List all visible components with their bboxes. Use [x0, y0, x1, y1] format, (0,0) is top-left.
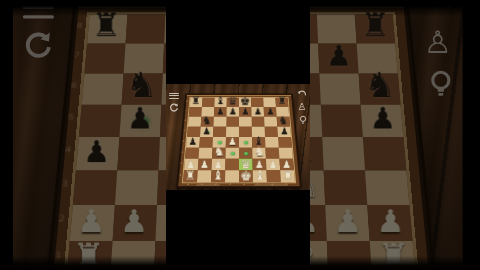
square-h2: ♟	[367, 203, 412, 239]
rank-label-5: 5	[183, 128, 185, 131]
rank-label-3: 3	[60, 175, 67, 184]
square-b6: ♞	[122, 72, 163, 103]
rank-label-7: 7	[185, 108, 187, 111]
rank-label-4: 4	[63, 142, 70, 151]
rank-label-6: 6	[70, 78, 77, 86]
square-h6: ♞	[359, 72, 401, 103]
square-a8: ♜	[87, 13, 127, 42]
chess-board: ♜♝♛♚♜♟♟♟♟♟♞♞♟♟♟♟♝♞♞♟♟♟♛♟♟♟♜♝♚♝♜	[182, 97, 296, 183]
square-e7[interactable]: ♟	[239, 107, 252, 117]
square-d7[interactable]: ♟	[226, 107, 239, 117]
menu-icon	[23, 0, 54, 25]
square-b2[interactable]: ♟	[198, 158, 212, 170]
square-a3	[73, 169, 117, 204]
square-g2[interactable]: ♟	[266, 158, 280, 170]
square-g5	[321, 103, 363, 135]
square-e5[interactable]	[239, 126, 252, 136]
square-h3[interactable]	[279, 147, 293, 158]
rank-label-2: 2	[180, 160, 182, 163]
square-a8[interactable]: ♜	[190, 97, 203, 106]
square-c4[interactable]	[213, 137, 226, 148]
square-f1[interactable]: ♝	[253, 170, 267, 182]
square-b2: ♟	[113, 203, 157, 239]
pawn-outline-glyph: ♙	[422, 28, 453, 59]
square-d4[interactable]: ♟	[226, 137, 239, 148]
square-f5[interactable]	[252, 126, 265, 136]
square-g7: ♟	[318, 42, 358, 72]
move-hint-dot-e4	[244, 140, 248, 143]
piece-black-b[interactable]: ♝	[214, 95, 226, 107]
square-e2[interactable]: ♛	[239, 158, 253, 170]
square-d8[interactable]: ♛	[227, 97, 239, 106]
app-strip: ♜♝♛♚♜♟♟♟♟♟♞♞♟♟♟♟♝♞♞♟♟♟♛♟♟♟♜♝♚♝♜abcdefgh8…	[166, 84, 310, 190]
square-g8	[317, 13, 357, 42]
square-h5[interactable]: ♟	[277, 126, 291, 136]
square-b7[interactable]	[201, 107, 214, 117]
square-g4	[322, 135, 365, 168]
square-f2[interactable]: ♟	[252, 158, 266, 170]
square-a1[interactable]: ♜	[183, 170, 198, 182]
rank-label-1: 1	[179, 172, 181, 175]
hint-bulb-icon[interactable]	[298, 115, 308, 125]
square-g5[interactable]	[265, 126, 278, 136]
piece-white-b[interactable]: ♝	[253, 168, 267, 182]
square-a2[interactable]: ♟	[184, 158, 198, 170]
rank-label-2: 2	[57, 210, 64, 220]
piece-white-p[interactable]: ♟	[184, 156, 198, 170]
piece-white-q[interactable]: ♛	[239, 156, 253, 170]
move-hint-dot-e3	[244, 151, 248, 154]
move-hint-dot-b5	[205, 130, 209, 133]
square-h3	[365, 169, 409, 204]
square-c6[interactable]	[213, 116, 226, 126]
square-h8[interactable]: ♜	[275, 97, 288, 106]
square-h8: ♜	[355, 13, 395, 42]
square-a1: ♜	[66, 239, 112, 270]
square-c2[interactable]: ♟	[212, 158, 226, 170]
piece-black-q[interactable]: ♛	[227, 95, 239, 107]
square-b6[interactable]: ♞	[201, 116, 214, 126]
move-hint-dot-d3	[230, 151, 234, 154]
square-g1	[327, 239, 372, 270]
rank-label-1: 1	[53, 246, 60, 256]
square-a2: ♟	[70, 203, 115, 239]
piece-white-p[interactable]: ♟	[212, 156, 226, 170]
square-g1[interactable]	[266, 170, 281, 182]
square-f4[interactable]: ♝	[252, 137, 265, 148]
frame-watermark	[254, 184, 288, 187]
move-hint-dot-b5	[134, 114, 147, 124]
piece-black-r: ♜	[87, 5, 125, 43]
square-h7	[357, 42, 398, 72]
piece-white-r[interactable]: ♜	[183, 168, 197, 182]
square-h2[interactable]: ♟	[279, 158, 293, 170]
rank-label-8: 8	[186, 99, 188, 101]
piece-white-p[interactable]: ♟	[280, 156, 294, 170]
piece-black-r: ♜	[356, 5, 394, 43]
square-g3[interactable]	[265, 147, 279, 158]
undo-icon	[422, 0, 453, 18]
square-e8[interactable]: ♚	[239, 97, 251, 106]
square-d6[interactable]	[226, 116, 239, 126]
square-a5[interactable]	[187, 126, 201, 136]
square-d5[interactable]	[226, 126, 239, 136]
menu-icon[interactable]	[169, 91, 179, 101]
square-g3	[324, 169, 368, 204]
rotate-board-icon[interactable]	[169, 103, 179, 113]
piece-white-r[interactable]: ♜	[281, 168, 295, 182]
square-a5	[79, 103, 122, 135]
square-h1: ♜	[370, 239, 416, 270]
square-h1[interactable]: ♜	[280, 170, 295, 182]
square-f7[interactable]: ♟	[251, 107, 264, 117]
square-e1[interactable]: ♚	[239, 170, 253, 182]
square-d1[interactable]	[225, 170, 239, 182]
square-a4: ♟	[76, 135, 119, 168]
pawn-outline-glyph: ♙	[297, 102, 307, 112]
square-b3	[115, 169, 159, 204]
piece-black-p[interactable]: ♟	[278, 124, 291, 137]
square-g6	[319, 72, 360, 103]
piece-black-r[interactable]: ♜	[276, 95, 288, 107]
square-b4	[117, 135, 160, 168]
square-e3[interactable]	[239, 147, 252, 158]
square-c8[interactable]: ♝	[214, 97, 227, 106]
square-b3[interactable]	[199, 147, 213, 158]
rank-label-7: 7	[72, 48, 78, 56]
square-b7	[124, 42, 164, 72]
square-g4[interactable]	[265, 137, 279, 148]
square-g7[interactable]: ♟	[264, 107, 277, 117]
square-a6	[82, 72, 124, 103]
rank-label-3: 3	[181, 149, 183, 152]
rank-label-8: 8	[75, 18, 81, 26]
square-e4[interactable]	[239, 137, 252, 148]
square-h4	[363, 135, 406, 168]
square-f3[interactable]: ♞	[252, 147, 266, 158]
video-column: ♜♝♛♚♜♟♟♟♟♟♞♞♟♟♟♟♝♞♞♟♟♟♛♟♟♟♜♝♚♝♜abcdefgh8…	[166, 0, 310, 270]
piece-white-p[interactable]: ♟	[266, 156, 280, 170]
square-g6[interactable]	[264, 116, 277, 126]
square-a6[interactable]	[188, 116, 201, 126]
square-c3[interactable]: ♞	[212, 147, 226, 158]
square-b8[interactable]	[202, 97, 215, 106]
move-hint-dot-c4	[217, 140, 221, 143]
square-b1	[110, 239, 155, 270]
square-b4[interactable]	[199, 137, 213, 148]
square-b1[interactable]	[197, 170, 212, 182]
square-f8[interactable]	[251, 97, 264, 106]
square-c7[interactable]: ♟	[214, 107, 227, 117]
piece-white-p[interactable]: ♟	[253, 156, 267, 170]
piece-black-k[interactable]: ♚	[239, 95, 251, 107]
frame-watermark	[196, 184, 220, 187]
rotate-board-icon	[23, 31, 54, 62]
square-g8[interactable]	[263, 97, 276, 106]
piece-white-k[interactable]: ♚	[239, 168, 253, 182]
square-h6[interactable]: ♞	[277, 116, 290, 126]
square-g2: ♟	[325, 203, 369, 239]
square-f6[interactable]	[252, 116, 265, 126]
rank-label-5: 5	[67, 109, 74, 118]
square-b5: ♟	[119, 103, 161, 135]
square-b5[interactable]: ♟	[200, 126, 213, 136]
square-h4[interactable]	[278, 137, 292, 148]
piece-white-p[interactable]: ♟	[198, 156, 212, 170]
square-d3[interactable]	[226, 147, 239, 158]
piece-white-b[interactable]: ♝	[211, 168, 225, 182]
square-h7[interactable]	[276, 107, 289, 117]
square-c1[interactable]: ♝	[211, 170, 225, 182]
undo-icon[interactable]	[297, 89, 307, 99]
rank-label-6: 6	[184, 118, 186, 121]
square-b8	[126, 13, 166, 42]
square-d2[interactable]	[225, 158, 239, 170]
square-a4[interactable]: ♟	[186, 137, 200, 148]
hint-bulb-icon	[424, 68, 455, 99]
square-h5: ♟	[361, 103, 404, 135]
chess-board-frame: ♜♝♛♚♜♟♟♟♟♟♞♞♟♟♟♟♝♞♞♟♟♟♛♟♟♟♜♝♚♝♜abcdefgh8…	[176, 93, 302, 187]
screenshot-canvas: ♜♝♛♚♜♟♟♟♟♟♞♞♟♟♟♟♝♞♞♟♟♟♛♟♟♟♜♝♚♝♜abcdefgh8…	[0, 0, 480, 270]
piece-set-icon[interactable]: ♙	[297, 102, 307, 112]
square-a3[interactable]	[185, 147, 199, 158]
piece-set-icon: ♙	[422, 28, 453, 59]
square-a7	[84, 42, 125, 72]
square-e6[interactable]	[239, 116, 252, 126]
square-c5[interactable]	[213, 126, 226, 136]
square-a7[interactable]	[189, 107, 202, 117]
rank-label-4: 4	[182, 139, 184, 142]
piece-black-r[interactable]: ♜	[190, 95, 202, 107]
